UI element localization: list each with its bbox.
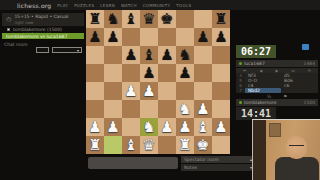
square-g3[interactable]: ♟ <box>194 100 212 118</box>
online-dot-icon <box>239 62 242 65</box>
move-rows: 4Nf3d55O-OBd66c4c67Nbd2 <box>236 73 318 93</box>
square-h5[interactable] <box>212 64 230 82</box>
black-queen[interactable]: ♛ <box>140 10 158 28</box>
next-move-icon[interactable]: ▶ <box>275 69 278 73</box>
square-d2[interactable]: ♞ <box>140 118 158 136</box>
white-rook[interactable]: ♜ <box>86 136 104 154</box>
square-c6[interactable]: ♟ <box>122 46 140 64</box>
game-banner[interactable]: tomblakemore vs luca1687 <box>2 33 84 39</box>
webcam-background-door <box>253 120 266 180</box>
chess-board[interactable]: ♜♞♝♛♚♜♟♟♟♟♟♝♟♞♟♟♟♟♞♟♟♟♞♟♟♝♟♜♝♛♜♚ <box>86 10 230 154</box>
chat-input[interactable] <box>88 157 178 169</box>
nav-item-puzzles[interactable]: Puzzles <box>74 3 94 8</box>
white-pawn[interactable]: ♟ <box>176 118 194 136</box>
online-dot-icon <box>239 101 242 104</box>
white-king[interactable]: ♚ <box>194 136 212 154</box>
bottom-player-rating: 1500 <box>304 100 315 105</box>
square-c4[interactable]: ♟ <box>122 82 140 100</box>
bottom-player-bar[interactable]: tomblakemore 1500 <box>236 99 318 106</box>
square-f5[interactable]: ♟ <box>176 64 194 82</box>
top-player-name: luca1687 <box>244 61 265 66</box>
square-e3[interactable] <box>158 100 176 118</box>
white-bishop[interactable]: ♝ <box>194 118 212 136</box>
square-e7[interactable] <box>158 28 176 46</box>
square-h6[interactable] <box>212 46 230 64</box>
square-f1[interactable]: ♜ <box>176 136 194 154</box>
square-f6[interactable]: ♞ <box>176 46 194 64</box>
black-clock: 06:27 <box>236 45 276 58</box>
nav-item-watch[interactable]: Watch <box>121 3 137 8</box>
square-a7[interactable]: ♟ <box>86 28 104 46</box>
white-pawn[interactable]: ♟ <box>158 118 176 136</box>
top-player-bar[interactable]: luca1687 1484 <box>236 60 318 67</box>
square-a8[interactable]: ♜ <box>86 10 104 28</box>
white-queen[interactable]: ♛ <box>140 136 158 154</box>
square-h3[interactable] <box>212 100 230 118</box>
webcam-picture-frame <box>269 123 281 137</box>
square-e5[interactable] <box>158 64 176 82</box>
square-g7[interactable]: ♟ <box>194 28 212 46</box>
square-h4[interactable] <box>212 82 230 100</box>
square-f3[interactable]: ♞ <box>176 100 194 118</box>
game-meta-box: ⏱ 15+15 • Rapid • Casual right now <box>2 13 84 26</box>
square-f7[interactable] <box>176 28 194 46</box>
square-h2[interactable]: ♟ <box>212 118 230 136</box>
white-pawn[interactable]: ♟ <box>104 118 122 136</box>
square-c1[interactable]: ♝ <box>122 136 140 154</box>
nav-item-play[interactable]: Play <box>57 3 68 8</box>
nav-item-tools[interactable]: Tools <box>176 3 191 8</box>
black-bishop[interactable]: ♝ <box>122 10 140 28</box>
nav-item-community[interactable]: Community <box>143 3 171 8</box>
white-color-icon <box>7 28 10 31</box>
square-b5[interactable] <box>104 64 122 82</box>
black-knight[interactable]: ♞ <box>176 46 194 64</box>
white-pawn[interactable]: ♟ <box>140 82 158 100</box>
square-c3[interactable] <box>122 100 140 118</box>
square-b8[interactable]: ♞ <box>104 10 122 28</box>
square-d6[interactable]: ♝ <box>140 46 158 64</box>
square-d5[interactable]: ♟ <box>140 64 158 82</box>
square-b3[interactable] <box>104 100 122 118</box>
square-g2[interactable]: ♝ <box>194 118 212 136</box>
game-meta-line2: right now <box>14 20 68 25</box>
square-b6[interactable] <box>104 46 122 64</box>
clock-icon: ⏱ <box>6 16 11 24</box>
square-c5[interactable] <box>122 64 140 82</box>
black-pawn[interactable]: ♟ <box>86 28 104 46</box>
square-e8[interactable]: ♚ <box>158 10 176 28</box>
square-e1[interactable] <box>158 136 176 154</box>
black-pawn[interactable]: ♟ <box>194 28 212 46</box>
square-h8[interactable]: ♜ <box>212 10 230 28</box>
banner-label: tomblakemore vs luca1687 <box>6 34 67 39</box>
black-pawn[interactable]: ♟ <box>158 46 176 64</box>
white-knight[interactable]: ♞ <box>140 118 158 136</box>
prev-move-icon[interactable]: ◀ <box>259 69 262 73</box>
square-a3[interactable] <box>86 100 104 118</box>
board-menu-icon[interactable]: ☰ <box>308 69 311 73</box>
black-bishop[interactable]: ♝ <box>140 46 158 64</box>
black-pawn[interactable]: ♟ <box>176 64 194 82</box>
square-g6[interactable] <box>194 46 212 64</box>
lichess-logo[interactable]: lichess.org <box>17 2 51 9</box>
square-g1[interactable]: ♚ <box>194 136 212 154</box>
top-nav: lichess.org Play Puzzles Learn Watch Com… <box>0 0 320 10</box>
square-h7[interactable]: ♟ <box>212 28 230 46</box>
square-c7[interactable] <box>122 28 140 46</box>
black-rook[interactable]: ♜ <box>212 10 230 28</box>
white-pawn[interactable]: ♟ <box>86 118 104 136</box>
cast-icon[interactable] <box>302 44 309 50</box>
square-f2[interactable]: ♟ <box>176 118 194 136</box>
square-d4[interactable]: ♟ <box>140 82 158 100</box>
square-d1[interactable]: ♛ <box>140 136 158 154</box>
webcam-person-glasses <box>289 145 304 148</box>
black-pawn[interactable]: ♟ <box>140 64 158 82</box>
square-a2[interactable]: ♟ <box>86 118 104 136</box>
square-a6[interactable] <box>86 46 104 64</box>
square-e6[interactable]: ♟ <box>158 46 176 64</box>
square-c8[interactable]: ♝ <box>122 10 140 28</box>
last-move-icon[interactable]: ⏭ <box>291 69 294 73</box>
resign-icon[interactable]: ⚑ <box>283 94 287 99</box>
notes-panel[interactable]: Notes ▾ <box>181 164 255 171</box>
spectator-room-panel[interactable]: Spectator room ▴ <box>181 156 255 163</box>
square-a1[interactable]: ♜ <box>86 136 104 154</box>
white-rook[interactable]: ♜ <box>176 136 194 154</box>
square-g5[interactable] <box>194 64 212 82</box>
square-f8[interactable] <box>176 10 194 28</box>
webcam-overlay <box>252 119 320 180</box>
white-pawn[interactable]: ♟ <box>194 100 212 118</box>
webcam-person-body <box>275 157 319 180</box>
square-b1[interactable] <box>104 136 122 154</box>
white-bishop[interactable]: ♝ <box>122 136 140 154</box>
square-d8[interactable]: ♛ <box>140 10 158 28</box>
black-pawn[interactable]: ♟ <box>104 28 122 46</box>
square-d3[interactable] <box>140 100 158 118</box>
chat-toggle[interactable] <box>36 47 49 53</box>
nav-item-learn[interactable]: Learn <box>100 3 115 8</box>
square-a4[interactable] <box>86 82 104 100</box>
white-knight[interactable]: ♞ <box>176 100 194 118</box>
square-c2[interactable] <box>122 118 140 136</box>
first-move-icon[interactable]: ⏮ <box>243 69 246 73</box>
white-pawn[interactable]: ♟ <box>122 82 140 100</box>
game-meta-line1: 15+15 • Rapid • Casual <box>14 14 68 19</box>
black-king[interactable]: ♚ <box>158 10 176 28</box>
lichess-game-page: lichess.org Play Puzzles Learn Watch Com… <box>0 0 320 180</box>
chevron-down-icon: ▾ <box>77 48 79 53</box>
square-b4[interactable] <box>104 82 122 100</box>
square-h1[interactable] <box>212 136 230 154</box>
square-e4[interactable] <box>158 82 176 100</box>
square-b2[interactable]: ♟ <box>104 118 122 136</box>
square-e2[interactable]: ♟ <box>158 118 176 136</box>
move-list[interactable]: ⏮ ◀ ▶ ⏭ ☰ 4Nf3d55O-OBd66c4c67Nbd2 <box>236 68 318 93</box>
black-knight[interactable]: ♞ <box>104 10 122 28</box>
spectator-room-label: Spectator room <box>184 157 219 162</box>
black-rook[interactable]: ♜ <box>86 10 104 28</box>
white-pawn[interactable]: ♟ <box>212 118 230 136</box>
square-g4[interactable] <box>194 82 212 100</box>
square-g8[interactable] <box>194 10 212 28</box>
square-a5[interactable] <box>86 64 104 82</box>
offer-draw-icon[interactable]: ½ <box>267 94 271 99</box>
square-f4[interactable] <box>176 82 194 100</box>
chat-room-label: Chat room <box>4 42 28 47</box>
top-player-rating: 1484 <box>304 61 315 66</box>
black-pawn[interactable]: ♟ <box>122 46 140 64</box>
notes-label: Notes <box>184 165 197 170</box>
black-pawn[interactable]: ♟ <box>212 28 230 46</box>
chat-room-select[interactable]: ▾ <box>52 47 82 53</box>
bottom-player-name: tomblakemore <box>244 100 277 105</box>
square-b7[interactable]: ♟ <box>104 28 122 46</box>
square-d7[interactable] <box>140 28 158 46</box>
